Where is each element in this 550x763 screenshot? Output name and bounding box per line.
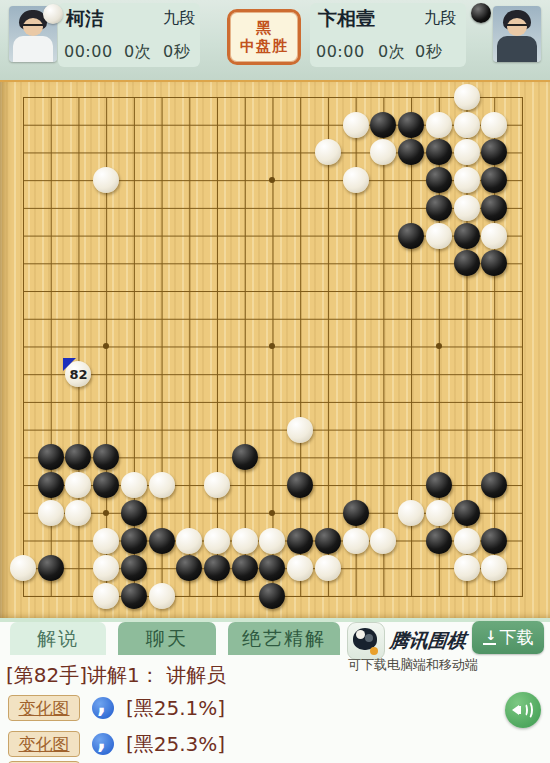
speaker-button[interactable] — [505, 692, 541, 728]
white-stone — [481, 112, 507, 138]
black-stone — [121, 583, 147, 609]
white-stone — [426, 223, 452, 249]
white-stone — [287, 417, 313, 443]
black-stone — [38, 444, 64, 470]
black-stone — [232, 555, 258, 581]
black-stone — [398, 223, 424, 249]
white-stone — [454, 555, 480, 581]
white-stone — [343, 528, 369, 554]
commentary-move-line: [第82手]讲解1： 讲解员 — [6, 662, 226, 689]
white-stone — [426, 500, 452, 526]
white-stone — [454, 139, 480, 165]
white-stone — [315, 555, 341, 581]
download-button[interactable]: ↓ 下载 — [472, 621, 544, 654]
star-point — [103, 510, 109, 516]
black-stone — [343, 500, 369, 526]
black-stone — [38, 472, 64, 498]
white-stone — [121, 472, 147, 498]
black-stone — [398, 112, 424, 138]
white-stone — [481, 223, 507, 249]
white-stone — [426, 112, 452, 138]
black-stone-icon — [471, 3, 491, 23]
white-stone — [176, 528, 202, 554]
white-stone — [204, 472, 230, 498]
variation-row-1: 变化图 , [黑25.1%] — [8, 694, 225, 722]
variation-button-1[interactable]: 变化图 — [8, 695, 80, 721]
white-stone — [454, 195, 480, 221]
tab-jueyi-analysis[interactable]: 绝艺精解 — [228, 622, 340, 655]
go-board[interactable]: 82 — [0, 80, 550, 618]
right-player-avatar — [493, 6, 541, 62]
white-stone — [259, 528, 285, 554]
result-badge-line2: 中盘胜 — [240, 38, 288, 55]
left-player-name: 柯洁 — [66, 6, 104, 32]
white-stone — [398, 500, 424, 526]
black-stone — [481, 195, 507, 221]
white-stone — [149, 472, 175, 498]
white-stone — [93, 583, 119, 609]
variation-app-icon: , — [92, 733, 114, 755]
variation-button-2[interactable]: 变化图 — [8, 731, 80, 757]
variation-row-2: 变化图 , [黑25.3%] — [8, 730, 225, 758]
black-stone — [315, 528, 341, 554]
black-stone — [426, 195, 452, 221]
download-icon: ↓ — [483, 631, 496, 645]
download-label: 下载 — [500, 626, 534, 649]
black-stone — [454, 250, 480, 276]
white-stone — [343, 112, 369, 138]
black-stone — [426, 528, 452, 554]
last-move-stone-82: 82 — [65, 361, 91, 387]
white-stone — [38, 500, 64, 526]
black-stone — [481, 528, 507, 554]
black-stone — [149, 528, 175, 554]
black-stone — [370, 112, 396, 138]
black-stone — [121, 500, 147, 526]
white-stone — [343, 167, 369, 193]
black-stone — [426, 472, 452, 498]
white-stone — [232, 528, 258, 554]
black-stone — [426, 167, 452, 193]
black-stone — [38, 555, 64, 581]
white-stone — [149, 583, 175, 609]
left-player-time: 00:00 — [64, 42, 113, 61]
white-stone — [370, 528, 396, 554]
result-badge: 黑 中盘胜 — [227, 9, 301, 65]
black-stone — [287, 528, 313, 554]
left-player-periods: 0次 — [124, 42, 151, 63]
black-stone — [121, 528, 147, 554]
app-name: 腾讯围棋 — [389, 628, 468, 654]
right-player-name: 卞相壹 — [318, 6, 375, 32]
black-stone — [121, 555, 147, 581]
variation-app-icon: , — [92, 697, 114, 719]
right-player-rank: 九段 — [424, 8, 456, 29]
black-stone — [259, 583, 285, 609]
download-hint: 可下载电脑端和移动端 — [348, 656, 478, 674]
white-stone-icon — [43, 4, 63, 24]
move-number-label: 82 — [65, 361, 91, 387]
white-stone — [454, 84, 480, 110]
white-stone — [93, 528, 119, 554]
tencent-go-viewer: 柯洁 九段 00:00 0次 0秒 黑 中盘胜 卞相壹 九段 00:00 0次 … — [0, 0, 550, 763]
left-player-seconds: 0秒 — [163, 42, 190, 63]
left-player-rank: 九段 — [163, 8, 195, 29]
black-stone — [454, 223, 480, 249]
right-player-periods: 0次 — [378, 42, 405, 63]
variation-value-1: [黑25.1%] — [126, 695, 225, 722]
white-stone — [454, 112, 480, 138]
white-stone — [454, 167, 480, 193]
tab-chat[interactable]: 聊天 — [118, 622, 216, 655]
variation-value-2: [黑25.3%] — [126, 731, 225, 758]
bottom-panel: 解说 聊天 绝艺精解 腾讯围棋 ↓ 下载 可下载电脑端和移动端 [第82手]讲解… — [0, 618, 550, 763]
white-stone — [204, 528, 230, 554]
black-stone — [232, 444, 258, 470]
top-bar: 柯洁 九段 00:00 0次 0秒 黑 中盘胜 卞相壹 九段 00:00 0次 … — [0, 0, 550, 80]
right-player-seconds: 0秒 — [415, 42, 442, 63]
result-badge-line1: 黑 — [256, 20, 272, 37]
white-stone — [454, 528, 480, 554]
right-player-time: 00:00 — [316, 42, 365, 61]
black-stone — [454, 500, 480, 526]
tencent-weiqi-app-icon[interactable] — [347, 622, 385, 660]
tab-commentary[interactable]: 解说 — [10, 622, 106, 655]
